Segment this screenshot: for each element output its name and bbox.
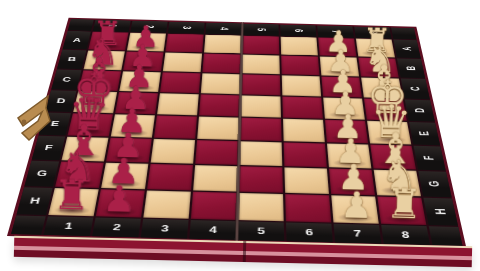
bottom-label-8: 8 (381, 225, 430, 245)
left-label-H: H (17, 187, 53, 215)
square-A4[interactable] (204, 35, 241, 54)
coordinate-label: 4 (209, 226, 217, 235)
top-label-6: 6 (280, 25, 316, 37)
frame-corner (429, 226, 463, 245)
coordinate-label: 1 (64, 222, 74, 231)
piece-wood-rook[interactable]: ♜ (385, 184, 423, 224)
coordinate-label: 7 (353, 229, 362, 238)
square-D3[interactable] (157, 93, 199, 115)
piece-wood-pawn[interactable]: ♟ (340, 188, 373, 223)
square-D6[interactable] (282, 96, 323, 118)
fold-seam-side (243, 241, 246, 262)
square-F6[interactable] (284, 142, 327, 167)
square-B6[interactable] (281, 55, 319, 75)
coordinate-label: C (409, 86, 421, 91)
piece-red-pawn[interactable]: ♟ (102, 181, 135, 216)
square-B5[interactable] (242, 54, 280, 74)
square-E6[interactable] (283, 119, 325, 143)
square-D4[interactable] (199, 94, 240, 116)
square-G3[interactable] (147, 164, 193, 190)
square-D5[interactable] (241, 95, 281, 117)
square-F4[interactable] (195, 140, 238, 165)
coordinate-label: F (423, 156, 436, 161)
bottom-label-4: 4 (189, 220, 236, 240)
bottom-label-3: 3 (141, 219, 189, 239)
square-H7[interactable]: ♟ (331, 195, 379, 223)
coordinate-label: G (428, 181, 442, 187)
coordinate-label: 5 (256, 28, 267, 31)
coordinate-label: D (413, 108, 426, 113)
coordinate-label: E (418, 131, 431, 136)
coordinate-label: H (29, 197, 41, 205)
square-C5[interactable] (242, 74, 281, 95)
square-G6[interactable] (284, 167, 329, 194)
bottom-label-6: 6 (286, 223, 333, 243)
square-B3[interactable] (163, 52, 202, 72)
square-H2[interactable]: ♟ (96, 189, 145, 217)
coordinate-label: 2 (112, 223, 121, 232)
coordinate-label: G (36, 170, 48, 178)
square-A3[interactable] (165, 34, 203, 53)
frame-corner (391, 27, 416, 39)
bottom-label-5: 5 (238, 221, 284, 241)
coordinate-label: 3 (161, 224, 170, 233)
top-label-5: 5 (243, 24, 279, 36)
square-G5[interactable] (239, 166, 283, 193)
top-label-3: 3 (168, 22, 205, 34)
square-F5[interactable] (240, 141, 282, 166)
bottom-label-7: 7 (334, 224, 382, 244)
square-C6[interactable] (282, 75, 321, 96)
square-A6[interactable] (281, 37, 318, 56)
bottom-label-2: 2 (92, 218, 141, 238)
coordinate-label: 5 (257, 227, 265, 236)
square-B4[interactable] (202, 53, 240, 73)
coordinate-label: 8 (401, 231, 410, 240)
coordinate-label: H (433, 208, 448, 214)
chess-set-photo: 12345678A♜♟♟♜AB♞♟♟♞BC♝♟♟♝CD♚♟♟♚DE♛♟♟♛EF♝… (0, 0, 480, 271)
coordinate-label: C (62, 77, 72, 83)
square-H4[interactable] (191, 192, 237, 220)
board-perspective-scene: 12345678A♜♟♟♜AB♞♟♟♞BC♝♟♟♝CD♚♟♟♚DE♛♟♟♛EF♝… (37, 0, 443, 271)
bottom-label-1: 1 (43, 216, 93, 236)
brass-clasp-icon (8, 90, 54, 146)
square-C3[interactable] (160, 72, 200, 93)
square-H5[interactable] (238, 193, 283, 221)
piece-red-rook[interactable]: ♜ (53, 176, 91, 216)
square-E4[interactable] (197, 116, 239, 139)
right-label-A: A (393, 40, 420, 59)
square-E3[interactable] (154, 115, 197, 138)
coordinate-label: 3 (181, 26, 192, 29)
frame-corner (68, 19, 94, 31)
coordinate-label: 6 (293, 29, 304, 32)
square-C4[interactable] (201, 73, 240, 94)
square-G4[interactable] (193, 165, 238, 191)
square-E5[interactable] (240, 118, 281, 142)
right-label-H: H (423, 198, 458, 226)
coordinate-label: A (72, 37, 81, 43)
right-label-G: G (418, 171, 451, 197)
square-H6[interactable] (285, 194, 331, 222)
square-H3[interactable] (143, 190, 190, 218)
coordinate-label: A (401, 47, 413, 51)
square-H1[interactable]: ♜ (48, 188, 98, 216)
top-label-4: 4 (205, 23, 241, 35)
square-H8[interactable]: ♜ (377, 197, 426, 225)
coordinate-label: D (56, 98, 66, 105)
frame-corner (11, 216, 46, 235)
chess-board: 12345678A♜♟♟♜AB♞♟♟♞BC♝♟♟♝CD♚♟♟♚DE♛♟♟♛EF♝… (7, 18, 466, 248)
square-A5[interactable] (243, 36, 280, 55)
coordinate-label: 6 (305, 228, 313, 237)
coordinate-label: 4 (218, 27, 229, 30)
square-F3[interactable] (151, 139, 195, 164)
